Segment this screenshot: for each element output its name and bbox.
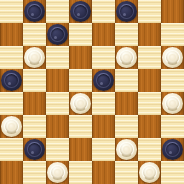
square-r6c5[interactable] [115, 138, 138, 161]
square-r2c2 [46, 46, 69, 69]
square-r1c3 [69, 23, 92, 46]
white-man[interactable] [70, 93, 91, 114]
square-r1c2[interactable] [46, 23, 69, 46]
black-man[interactable] [1, 70, 22, 91]
square-r7c5 [115, 161, 138, 184]
square-r7c1 [23, 161, 46, 184]
black-man[interactable] [93, 70, 114, 91]
black-man[interactable] [47, 24, 68, 45]
square-r7c2[interactable] [46, 161, 69, 184]
square-r2c1[interactable] [23, 46, 46, 69]
square-r7c0[interactable] [0, 161, 23, 184]
square-r5c4[interactable] [92, 115, 115, 138]
square-r0c7[interactable] [161, 0, 184, 23]
square-r4c0 [0, 92, 23, 115]
square-r0c3[interactable] [69, 0, 92, 23]
square-r5c1 [23, 115, 46, 138]
square-r2c3[interactable] [69, 46, 92, 69]
square-r0c6 [138, 0, 161, 23]
square-r4c2 [46, 92, 69, 115]
square-r2c0 [0, 46, 23, 69]
square-r4c1[interactable] [23, 92, 46, 115]
square-r7c4[interactable] [92, 161, 115, 184]
square-r3c0[interactable] [0, 69, 23, 92]
square-r1c1 [23, 23, 46, 46]
square-r1c7 [161, 23, 184, 46]
white-man[interactable] [24, 47, 45, 68]
white-man[interactable] [139, 162, 160, 183]
square-r2c5[interactable] [115, 46, 138, 69]
white-man[interactable] [116, 47, 137, 68]
square-r0c4 [92, 0, 115, 23]
square-r6c1[interactable] [23, 138, 46, 161]
square-r5c3 [69, 115, 92, 138]
square-r4c3[interactable] [69, 92, 92, 115]
square-r2c7[interactable] [161, 46, 184, 69]
square-r3c4[interactable] [92, 69, 115, 92]
white-man[interactable] [116, 139, 137, 160]
square-r2c4 [92, 46, 115, 69]
square-r5c0[interactable] [0, 115, 23, 138]
square-r0c1[interactable] [23, 0, 46, 23]
square-r6c6 [138, 138, 161, 161]
square-r0c0 [0, 0, 23, 23]
square-r4c4 [92, 92, 115, 115]
square-r6c4 [92, 138, 115, 161]
black-man[interactable] [24, 139, 45, 160]
square-r7c7 [161, 161, 184, 184]
square-r4c6 [138, 92, 161, 115]
square-r5c2[interactable] [46, 115, 69, 138]
square-r6c3[interactable] [69, 138, 92, 161]
square-r3c2[interactable] [46, 69, 69, 92]
square-r6c7[interactable] [161, 138, 184, 161]
square-r4c5[interactable] [115, 92, 138, 115]
square-r0c2 [46, 0, 69, 23]
square-r1c0[interactable] [0, 23, 23, 46]
square-r0c5[interactable] [115, 0, 138, 23]
square-r5c5 [115, 115, 138, 138]
square-r1c4[interactable] [92, 23, 115, 46]
white-man[interactable] [162, 93, 183, 114]
white-man[interactable] [47, 162, 68, 183]
square-r5c6[interactable] [138, 115, 161, 138]
square-r3c7 [161, 69, 184, 92]
black-man[interactable] [70, 1, 91, 22]
black-man[interactable] [162, 139, 183, 160]
black-man[interactable] [24, 1, 45, 22]
square-r4c7[interactable] [161, 92, 184, 115]
square-r3c5 [115, 69, 138, 92]
square-r3c1 [23, 69, 46, 92]
square-r3c6[interactable] [138, 69, 161, 92]
black-man[interactable] [116, 1, 137, 22]
white-man[interactable] [1, 116, 22, 137]
square-r1c5 [115, 23, 138, 46]
square-r3c3 [69, 69, 92, 92]
square-r1c6[interactable] [138, 23, 161, 46]
checkers-board [0, 0, 184, 184]
square-r6c0 [0, 138, 23, 161]
square-r7c3 [69, 161, 92, 184]
square-r6c2 [46, 138, 69, 161]
square-r5c7 [161, 115, 184, 138]
square-r7c6[interactable] [138, 161, 161, 184]
square-r2c6 [138, 46, 161, 69]
white-man[interactable] [162, 47, 183, 68]
